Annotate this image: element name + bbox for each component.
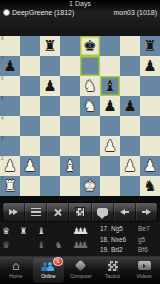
square-a2[interactable]: 2♟	[0, 156, 20, 176]
move-list-button[interactable]	[24, 203, 46, 221]
square-b4[interactable]	[20, 116, 40, 136]
diamond-icon	[75, 260, 86, 271]
square-g5[interactable]: ♟	[120, 96, 140, 116]
arrow-right-icon	[142, 209, 151, 215]
square-b1[interactable]	[20, 176, 40, 196]
square-f8[interactable]	[100, 36, 120, 56]
square-f1[interactable]	[100, 176, 120, 196]
white-knight: ♞	[80, 96, 100, 116]
square-d8[interactable]	[60, 36, 80, 56]
captured-b: ♝	[37, 238, 55, 252]
bottom-tab-bar: ⌂ Home 1 Online Computer Tactics Videos	[0, 256, 160, 284]
square-c5[interactable]	[40, 96, 60, 116]
chat-bubble-icon	[97, 208, 108, 216]
game-toolbar	[2, 202, 158, 222]
list-icon	[31, 208, 41, 216]
square-f7[interactable]	[100, 56, 120, 76]
captured-b: ♝	[37, 224, 55, 238]
square-a8[interactable]: 8	[0, 36, 20, 56]
move-row[interactable]: 18. Nxe6 g5	[96, 235, 158, 246]
square-a3[interactable]: 3	[0, 136, 20, 156]
square-e7[interactable]	[80, 56, 100, 76]
black-pawn: ♟	[140, 56, 160, 76]
square-e5[interactable]: ♞	[80, 96, 100, 116]
white-pawn: ♟	[140, 156, 160, 176]
tab-computer[interactable]: Computer	[65, 257, 97, 284]
square-g6[interactable]	[120, 76, 140, 96]
home-icon: ⌂	[12, 260, 20, 272]
game-header: 1 Days DeepGreene (1812) mon03 (1018)	[0, 0, 160, 36]
app-screen: 1 Days DeepGreene (1812) mon03 (1018) 8♜…	[0, 0, 160, 284]
rank-label: 2	[1, 156, 4, 162]
square-b3[interactable]	[20, 136, 40, 156]
tab-tactics[interactable]: Tactics	[97, 257, 129, 284]
black-bishop: ♝	[100, 76, 120, 96]
captured-pieces: ♛♜♝♟♟♟♛♝♞♟♟♟	[0, 222, 90, 256]
black-pawn: ♟	[120, 96, 140, 116]
square-a7[interactable]: 7♟	[0, 56, 20, 76]
white-knight: ♞	[80, 76, 100, 96]
white-pieces-captured: ♛♜♝♟♟♟	[2, 224, 90, 238]
black-pieces-captured: ♛♝♞♟♟♟	[2, 238, 90, 252]
board: 8♜♚♜7♟♟6♟♞♝5♞♟♟43♟2♟♟♝♟♟1♜♚♞	[0, 36, 160, 196]
white-bishop: ♝	[60, 156, 80, 176]
captured-q: ♛	[2, 224, 20, 238]
square-d6[interactable]	[60, 76, 80, 96]
rank-label: 4	[1, 116, 4, 122]
square-h4[interactable]	[140, 116, 160, 136]
tab-home[interactable]: ⌂ Home	[0, 257, 32, 284]
square-h5[interactable]	[140, 96, 160, 116]
black-player-label[interactable]: mon03 (1018)	[113, 9, 157, 16]
square-g8[interactable]	[120, 36, 140, 56]
rank-label: 8	[1, 36, 4, 42]
white-player-label[interactable]: DeepGreene (1812)	[3, 9, 74, 16]
captured-ppp: ♟♟♟	[72, 238, 90, 252]
white-color-dot-icon	[3, 9, 10, 16]
time-control-label: 1 Days	[0, 0, 160, 7]
square-d2[interactable]: ♝	[60, 156, 80, 176]
rank-label: 6	[1, 76, 4, 82]
square-h7[interactable]: ♟	[140, 56, 160, 76]
move-row[interactable]: 19. Bd2 Bf6	[96, 245, 158, 256]
move-list: 17. Ng5 Be7 18. Nxe6 g5 19. Bd2 Bf6	[90, 222, 160, 256]
square-d1[interactable]	[60, 176, 80, 196]
rank-label: 5	[1, 96, 4, 102]
square-b8[interactable]	[20, 36, 40, 56]
square-g7[interactable]	[120, 56, 140, 76]
square-f5[interactable]: ♟	[100, 96, 120, 116]
square-g4[interactable]	[120, 116, 140, 136]
white-pawn: ♟	[120, 156, 140, 176]
black-pawn: ♟	[100, 96, 120, 116]
next-move-button[interactable]	[135, 203, 157, 221]
white-pawn: ♟	[20, 156, 40, 176]
move-row[interactable]: 17. Ng5 Be7	[96, 224, 158, 235]
square-a1[interactable]: 1♜	[0, 176, 20, 196]
notification-badge: 1	[53, 257, 63, 266]
captured-ppp: ♟♟♟	[72, 224, 90, 238]
black-rook: ♜	[40, 36, 60, 56]
analysis-board-button[interactable]	[68, 203, 90, 221]
rank-label: 7	[1, 56, 4, 62]
tab-online[interactable]: 1 Online	[33, 258, 65, 283]
square-e1[interactable]: ♚	[80, 176, 100, 196]
chat-button[interactable]	[91, 203, 113, 221]
captured-r: ♜	[20, 224, 38, 238]
square-c2[interactable]	[40, 156, 60, 176]
board-grid-icon	[75, 207, 85, 217]
captured-n: ♞	[55, 238, 73, 252]
square-c3[interactable]	[40, 136, 60, 156]
white-king: ♚	[80, 176, 100, 196]
square-e8[interactable]: ♚	[80, 36, 100, 56]
x-button[interactable]	[46, 203, 68, 221]
square-a4[interactable]: 4	[0, 116, 20, 136]
square-a5[interactable]: 5	[0, 96, 20, 116]
black-pawn: ♟	[40, 76, 60, 96]
rank-label: 1	[1, 176, 4, 182]
rank-label: 3	[1, 136, 4, 142]
black-rook: ♜	[140, 36, 160, 56]
square-d5[interactable]	[60, 96, 80, 116]
square-b7[interactable]	[20, 56, 40, 76]
square-c1[interactable]	[40, 176, 60, 196]
checkerboard-icon	[108, 261, 118, 271]
arrow-left-icon	[120, 209, 129, 215]
captured-q: ♛	[2, 238, 20, 252]
square-g1[interactable]	[120, 176, 140, 196]
square-d3[interactable]	[60, 136, 80, 156]
square-b6[interactable]	[20, 76, 40, 96]
fast-forward-button[interactable]	[3, 203, 24, 221]
square-e3[interactable]	[80, 136, 100, 156]
previous-move-button[interactable]	[113, 203, 135, 221]
square-f6[interactable]: ♝	[100, 76, 120, 96]
square-e6[interactable]: ♞	[80, 76, 100, 96]
square-e2[interactable]	[80, 156, 100, 176]
tab-videos[interactable]: Videos	[128, 257, 160, 284]
square-g2[interactable]: ♟	[120, 156, 140, 176]
square-f4[interactable]	[100, 116, 120, 136]
square-h2[interactable]: ♟	[140, 156, 160, 176]
square-a6[interactable]: 6	[0, 76, 20, 96]
video-play-icon	[138, 261, 151, 270]
square-c6[interactable]: ♟	[40, 76, 60, 96]
square-h1[interactable]: ♞	[140, 176, 160, 196]
square-g3[interactable]	[120, 136, 140, 156]
square-d7[interactable]	[60, 56, 80, 76]
square-h6[interactable]	[140, 76, 160, 96]
square-f2[interactable]	[100, 156, 120, 176]
square-b2[interactable]: ♟	[20, 156, 40, 176]
white-pawn: ♟	[100, 136, 120, 156]
square-e4[interactable]	[80, 116, 100, 136]
black-king: ♚	[80, 36, 100, 56]
square-c8[interactable]: ♜	[40, 36, 60, 56]
square-b5[interactable]	[20, 96, 40, 116]
square-c4[interactable]	[40, 116, 60, 136]
square-d4[interactable]	[60, 116, 80, 136]
info-panel: ♛♜♝♟♟♟♛♝♞♟♟♟ 17. Ng5 Be7 18. Nxe6 g5 19.…	[0, 222, 160, 256]
square-c7[interactable]	[40, 56, 60, 76]
square-f3[interactable]: ♟	[100, 136, 120, 156]
black-knight: ♞	[140, 176, 160, 196]
fast-forward-icon	[10, 209, 18, 215]
square-h8[interactable]: ♜	[140, 36, 160, 56]
square-h3[interactable]	[140, 136, 160, 156]
x-icon	[53, 208, 62, 217]
